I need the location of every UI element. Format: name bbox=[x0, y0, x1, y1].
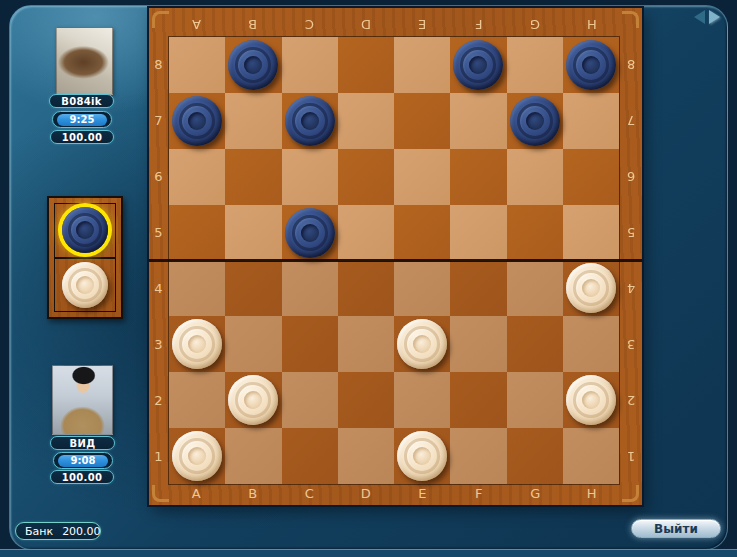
square-c7[interactable] bbox=[282, 93, 338, 149]
white-piece[interactable] bbox=[172, 319, 222, 369]
square-e2 bbox=[394, 372, 450, 428]
checkers-board: ABCDEFGH ABCDEFGH 87654321 87654321 bbox=[149, 8, 642, 505]
square-f8[interactable] bbox=[450, 37, 506, 93]
square-a6 bbox=[169, 149, 225, 205]
left-arrow-icon[interactable] bbox=[694, 10, 705, 24]
coordinate-label: 2 bbox=[149, 373, 168, 429]
coordinate-label: 1 bbox=[620, 429, 642, 485]
square-h7 bbox=[563, 93, 619, 149]
square-e4 bbox=[394, 261, 450, 317]
top-player-score: 100.00 bbox=[50, 130, 114, 144]
coordinate-label: 4 bbox=[620, 261, 642, 317]
square-c6 bbox=[282, 149, 338, 205]
square-b1 bbox=[225, 428, 281, 484]
white-piece-indicator bbox=[62, 262, 108, 308]
square-a3[interactable] bbox=[169, 316, 225, 372]
square-d1 bbox=[338, 428, 394, 484]
square-d6[interactable] bbox=[338, 149, 394, 205]
corner-ornament-icon bbox=[622, 11, 639, 28]
white-piece[interactable] bbox=[228, 375, 278, 425]
square-a4 bbox=[169, 261, 225, 317]
square-h6[interactable] bbox=[563, 149, 619, 205]
square-h1 bbox=[563, 428, 619, 484]
coordinate-label: B bbox=[225, 485, 282, 504]
square-g1[interactable] bbox=[507, 428, 563, 484]
top-player-time-value: 9:25 bbox=[57, 114, 107, 126]
bottom-player-avatar bbox=[52, 365, 113, 435]
corner-ornament-icon bbox=[152, 11, 169, 28]
right-arrow-icon[interactable] bbox=[709, 10, 720, 24]
coordinate-label: F bbox=[451, 485, 508, 504]
square-c3[interactable] bbox=[282, 316, 338, 372]
black-piece[interactable] bbox=[285, 96, 335, 146]
window-corner-controls bbox=[694, 7, 730, 27]
square-e6 bbox=[394, 149, 450, 205]
coordinate-label: 3 bbox=[149, 317, 168, 373]
coordinate-label: F bbox=[451, 12, 508, 36]
square-e1[interactable] bbox=[394, 428, 450, 484]
file-labels-bottom: ABCDEFGH bbox=[168, 485, 620, 504]
square-d2[interactable] bbox=[338, 372, 394, 428]
coordinate-label: 8 bbox=[620, 36, 642, 92]
coordinate-label: C bbox=[281, 485, 338, 504]
coordinate-label: 7 bbox=[149, 92, 168, 148]
square-a1[interactable] bbox=[169, 428, 225, 484]
coordinate-label: B bbox=[225, 12, 282, 36]
coordinate-label: H bbox=[564, 12, 621, 36]
bank-value: 200.00 bbox=[62, 525, 101, 538]
square-c1[interactable] bbox=[282, 428, 338, 484]
square-c2 bbox=[282, 372, 338, 428]
white-piece[interactable] bbox=[397, 319, 447, 369]
black-piece[interactable] bbox=[285, 208, 335, 258]
coordinate-label: 8 bbox=[149, 36, 168, 92]
white-piece[interactable] bbox=[172, 431, 222, 481]
square-e5[interactable] bbox=[394, 205, 450, 261]
coordinate-label: 1 bbox=[149, 429, 168, 485]
square-c8 bbox=[282, 37, 338, 93]
file-labels-top: ABCDEFGH bbox=[168, 12, 620, 36]
coordinate-label: E bbox=[394, 485, 451, 504]
black-piece[interactable] bbox=[453, 40, 503, 90]
square-e3[interactable] bbox=[394, 316, 450, 372]
coordinate-label: G bbox=[507, 485, 564, 504]
top-player-timer: 9:25 bbox=[52, 111, 112, 128]
square-f4[interactable] bbox=[450, 261, 506, 317]
coordinate-label: 5 bbox=[149, 204, 168, 260]
square-d8[interactable] bbox=[338, 37, 394, 93]
top-player-avatar bbox=[56, 27, 113, 95]
square-a7[interactable] bbox=[169, 93, 225, 149]
turn-indicator-black-cell bbox=[54, 203, 116, 258]
black-piece[interactable] bbox=[172, 96, 222, 146]
bottom-player-timer: 9:08 bbox=[53, 452, 113, 469]
square-h8[interactable] bbox=[563, 37, 619, 93]
square-c5[interactable] bbox=[282, 205, 338, 261]
square-g8 bbox=[507, 37, 563, 93]
coordinate-label: C bbox=[281, 12, 338, 36]
coordinate-label: 2 bbox=[620, 373, 642, 429]
square-h5 bbox=[563, 205, 619, 261]
coordinate-label: 5 bbox=[620, 204, 642, 260]
square-d3 bbox=[338, 316, 394, 372]
coordinate-label: A bbox=[168, 485, 225, 504]
black-piece-indicator bbox=[62, 207, 108, 253]
coordinate-label: D bbox=[338, 12, 395, 36]
square-h3 bbox=[563, 316, 619, 372]
square-b8[interactable] bbox=[225, 37, 281, 93]
bottom-player-name: ВИД bbox=[50, 436, 115, 450]
square-g3[interactable] bbox=[507, 316, 563, 372]
black-piece[interactable] bbox=[566, 40, 616, 90]
coordinate-label: 3 bbox=[620, 317, 642, 373]
square-f3 bbox=[450, 316, 506, 372]
square-g4 bbox=[507, 261, 563, 317]
square-f2[interactable] bbox=[450, 372, 506, 428]
white-piece[interactable] bbox=[397, 431, 447, 481]
square-g6 bbox=[507, 149, 563, 205]
top-player-name: B084ik bbox=[49, 94, 114, 108]
square-b2[interactable] bbox=[225, 372, 281, 428]
square-b6[interactable] bbox=[225, 149, 281, 205]
white-piece[interactable] bbox=[566, 263, 616, 313]
square-c4 bbox=[282, 261, 338, 317]
coordinate-label: 7 bbox=[620, 92, 642, 148]
white-piece[interactable] bbox=[566, 375, 616, 425]
coordinate-label: G bbox=[507, 12, 564, 36]
square-f1 bbox=[450, 428, 506, 484]
coordinate-label: 6 bbox=[620, 148, 642, 204]
coordinate-label: D bbox=[338, 485, 395, 504]
footer-strip bbox=[0, 549, 737, 557]
coordinate-label: H bbox=[564, 485, 621, 504]
square-e8 bbox=[394, 37, 450, 93]
square-a5[interactable] bbox=[169, 205, 225, 261]
square-d7 bbox=[338, 93, 394, 149]
square-h2[interactable] bbox=[563, 372, 619, 428]
bank-display: Банк 200.00 bbox=[15, 522, 101, 540]
coordinate-label: E bbox=[394, 12, 451, 36]
turn-indicator-tray bbox=[47, 196, 123, 319]
square-f5 bbox=[450, 205, 506, 261]
game-window: B084ik 9:25 100.00 ВИД 9:08 100.00 ABCDE… bbox=[0, 0, 737, 557]
corner-ornament-icon bbox=[152, 485, 169, 502]
exit-button[interactable]: Выйти bbox=[631, 519, 721, 538]
square-d4[interactable] bbox=[338, 261, 394, 317]
square-b7 bbox=[225, 93, 281, 149]
square-a2 bbox=[169, 372, 225, 428]
corner-ornament-icon bbox=[622, 485, 639, 502]
coordinate-label: 4 bbox=[149, 261, 168, 317]
square-f7 bbox=[450, 93, 506, 149]
bottom-player-time-value: 9:08 bbox=[58, 455, 108, 467]
square-b4[interactable] bbox=[225, 261, 281, 317]
square-b5 bbox=[225, 205, 281, 261]
bank-label: Банк bbox=[25, 525, 53, 538]
square-a8 bbox=[169, 37, 225, 93]
square-g7[interactable] bbox=[507, 93, 563, 149]
black-piece[interactable] bbox=[228, 40, 278, 90]
square-b3 bbox=[225, 316, 281, 372]
square-g5[interactable] bbox=[507, 205, 563, 261]
coordinate-label: A bbox=[168, 12, 225, 36]
square-g2 bbox=[507, 372, 563, 428]
board-fold-line bbox=[149, 259, 642, 262]
square-f6[interactable] bbox=[450, 149, 506, 205]
bottom-player-score: 100.00 bbox=[50, 470, 114, 484]
square-d5 bbox=[338, 205, 394, 261]
square-h4[interactable] bbox=[563, 261, 619, 317]
black-piece[interactable] bbox=[510, 96, 560, 146]
square-e7[interactable] bbox=[394, 93, 450, 149]
turn-indicator-white-cell bbox=[54, 258, 116, 313]
coordinate-label: 6 bbox=[149, 148, 168, 204]
